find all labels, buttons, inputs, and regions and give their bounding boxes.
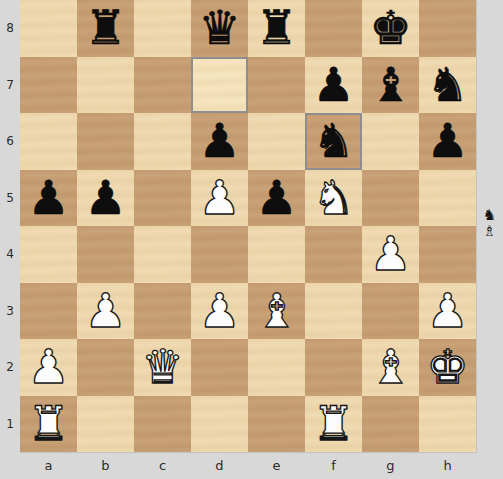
square-b5[interactable]: ♟ [77, 170, 134, 227]
square-a5[interactable]: ♟ [20, 170, 77, 227]
chess-app: 87654321 ♜♛♜♚♟♝♞♟♞♟♟♟♟♟♞♟♟♟♝♟♟♛♝♚♜♜ abcd… [0, 0, 503, 479]
rank-label-7: 7 [0, 57, 20, 114]
file-label-g: g [362, 452, 419, 479]
square-b6[interactable] [77, 113, 134, 170]
square-h2[interactable]: ♚ [419, 339, 476, 396]
square-f6[interactable]: ♞ [305, 113, 362, 170]
square-d4[interactable] [191, 226, 248, 283]
rank-label-2: 2 [0, 339, 20, 396]
black-knight[interactable]: ♞ [426, 57, 468, 113]
square-c7[interactable] [134, 57, 191, 114]
square-h6[interactable]: ♟ [419, 113, 476, 170]
square-a1[interactable]: ♜ [20, 396, 77, 453]
rank-label-4: 4 [0, 226, 20, 283]
square-e3[interactable]: ♝ [248, 283, 305, 340]
square-g3[interactable] [362, 283, 419, 340]
square-d5[interactable]: ♟ [191, 170, 248, 227]
black-pawn[interactable]: ♟ [84, 170, 126, 226]
square-d3[interactable]: ♟ [191, 283, 248, 340]
captured-black-knight-icon: ♞ [483, 207, 496, 223]
black-pawn[interactable]: ♟ [198, 113, 240, 169]
square-d8[interactable]: ♛ [191, 0, 248, 57]
square-f7[interactable]: ♟ [305, 57, 362, 114]
square-d7[interactable] [191, 57, 248, 114]
square-b1[interactable] [77, 396, 134, 453]
square-b7[interactable] [77, 57, 134, 114]
square-c6[interactable] [134, 113, 191, 170]
white-queen[interactable]: ♛ [141, 339, 183, 395]
square-e7[interactable] [248, 57, 305, 114]
square-c5[interactable] [134, 170, 191, 227]
black-pawn[interactable]: ♟ [255, 170, 297, 226]
square-c3[interactable] [134, 283, 191, 340]
square-c8[interactable] [134, 0, 191, 57]
black-knight[interactable]: ♞ [312, 113, 354, 169]
square-h5[interactable] [419, 170, 476, 227]
board: ♜♛♜♚♟♝♞♟♞♟♟♟♟♟♞♟♟♟♝♟♟♛♝♚♜♜ [20, 0, 476, 452]
white-knight[interactable]: ♞ [312, 170, 354, 226]
file-labels: abcdefgh [20, 452, 476, 479]
square-e4[interactable] [248, 226, 305, 283]
file-label-a: a [20, 452, 77, 479]
square-h7[interactable]: ♞ [419, 57, 476, 114]
file-label-c: c [134, 452, 191, 479]
square-f3[interactable] [305, 283, 362, 340]
file-label-h: h [419, 452, 476, 479]
rank-labels: 87654321 [0, 0, 20, 452]
square-b4[interactable] [77, 226, 134, 283]
white-rook[interactable]: ♜ [27, 396, 69, 452]
capture-tray: ♞ ♗ [476, 207, 503, 239]
square-h1[interactable] [419, 396, 476, 453]
white-rook[interactable]: ♜ [312, 396, 354, 452]
square-a3[interactable] [20, 283, 77, 340]
white-pawn[interactable]: ♟ [426, 283, 468, 339]
rank-label-1: 1 [0, 396, 20, 453]
black-pawn[interactable]: ♟ [27, 170, 69, 226]
file-label-e: e [248, 452, 305, 479]
square-d2[interactable] [191, 339, 248, 396]
square-f2[interactable] [305, 339, 362, 396]
square-c2[interactable]: ♛ [134, 339, 191, 396]
square-e5[interactable]: ♟ [248, 170, 305, 227]
white-pawn[interactable]: ♟ [27, 339, 69, 395]
square-c1[interactable] [134, 396, 191, 453]
square-f4[interactable] [305, 226, 362, 283]
square-g6[interactable] [362, 113, 419, 170]
square-c4[interactable] [134, 226, 191, 283]
square-a4[interactable] [20, 226, 77, 283]
black-pawn[interactable]: ♟ [312, 57, 354, 113]
square-b3[interactable]: ♟ [77, 283, 134, 340]
file-label-d: d [191, 452, 248, 479]
square-g2[interactable]: ♝ [362, 339, 419, 396]
black-king[interactable]: ♚ [369, 0, 411, 56]
square-g5[interactable] [362, 170, 419, 227]
file-label-b: b [77, 452, 134, 479]
square-b2[interactable] [77, 339, 134, 396]
square-h4[interactable] [419, 226, 476, 283]
white-pawn[interactable]: ♟ [198, 170, 240, 226]
white-pawn[interactable]: ♟ [198, 283, 240, 339]
square-a7[interactable] [20, 57, 77, 114]
square-h3[interactable]: ♟ [419, 283, 476, 340]
file-label-f: f [305, 452, 362, 479]
square-d6[interactable]: ♟ [191, 113, 248, 170]
square-g7[interactable]: ♝ [362, 57, 419, 114]
square-a2[interactable]: ♟ [20, 339, 77, 396]
white-bishop[interactable]: ♝ [369, 339, 411, 395]
white-pawn[interactable]: ♟ [369, 226, 411, 282]
captured-white-bishop-icon: ♗ [483, 223, 496, 239]
square-e8[interactable]: ♜ [248, 0, 305, 57]
square-f8[interactable] [305, 0, 362, 57]
square-d1[interactable] [191, 396, 248, 453]
rank-label-6: 6 [0, 113, 20, 170]
white-bishop[interactable]: ♝ [255, 283, 297, 339]
black-queen[interactable]: ♛ [198, 0, 240, 56]
square-e2[interactable] [248, 339, 305, 396]
black-rook[interactable]: ♜ [255, 0, 297, 56]
square-b8[interactable]: ♜ [77, 0, 134, 57]
square-a8[interactable] [20, 0, 77, 57]
square-h8[interactable] [419, 0, 476, 57]
square-g8[interactable]: ♚ [362, 0, 419, 57]
square-g4[interactable]: ♟ [362, 226, 419, 283]
square-f5[interactable]: ♞ [305, 170, 362, 227]
square-e6[interactable] [248, 113, 305, 170]
square-g1[interactable] [362, 396, 419, 453]
square-f1[interactable]: ♜ [305, 396, 362, 453]
square-e1[interactable] [248, 396, 305, 453]
rank-label-8: 8 [0, 0, 20, 57]
square-a6[interactable] [20, 113, 77, 170]
rank-label-5: 5 [0, 170, 20, 227]
white-king[interactable]: ♚ [426, 339, 468, 395]
white-pawn[interactable]: ♟ [84, 283, 126, 339]
black-rook[interactable]: ♜ [84, 0, 126, 56]
rank-label-3: 3 [0, 283, 20, 340]
black-pawn[interactable]: ♟ [426, 113, 468, 169]
black-bishop[interactable]: ♝ [369, 57, 411, 113]
